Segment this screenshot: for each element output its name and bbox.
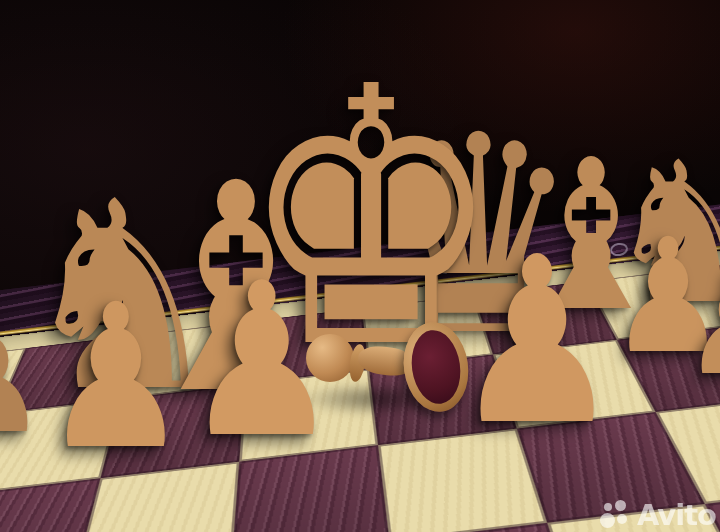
watermark-text: Avito: [637, 501, 716, 530]
piece-pawn-h4-partial: ♟: [684, 251, 720, 395]
piece-pawn-a4-partial: ♟: [0, 296, 47, 456]
stage: E ♞ ♝ ♛ ♚ ♟ ♟ ♞ ♝ ♟ ♟ ♟ ♟ Avito: [0, 0, 720, 532]
watermark: Avito: [600, 500, 716, 530]
avito-logo-icon: [600, 500, 632, 530]
piece-pawn-b4: ♟: [43, 278, 189, 477]
piece-pawn-c4: ♟: [184, 255, 340, 467]
piece-pawn-f4: ♟: [452, 227, 621, 457]
